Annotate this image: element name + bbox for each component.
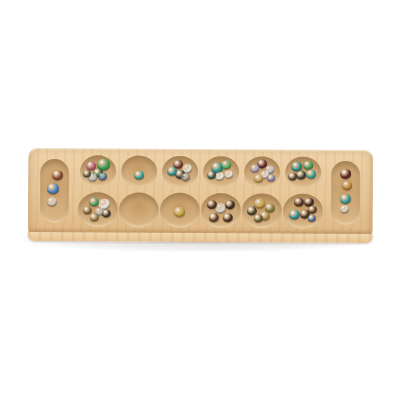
glass-stone <box>303 160 313 169</box>
glass-stone <box>306 169 316 178</box>
pit-bottom-2[interactable] <box>118 192 158 227</box>
glass-stone <box>293 197 303 206</box>
glass-stone <box>340 168 351 178</box>
glass-stone <box>90 213 99 221</box>
cell-top-4 <box>200 154 241 189</box>
glass-stone <box>206 200 216 209</box>
mancala-board <box>28 148 374 243</box>
glass-stone <box>52 170 63 180</box>
glass-stone <box>289 210 300 220</box>
pit-bottom-3[interactable] <box>159 193 199 228</box>
pit-top-1[interactable] <box>80 155 116 187</box>
cell-bottom-4 <box>200 191 241 230</box>
glass-stone <box>222 213 232 222</box>
board-front-edge <box>28 231 373 243</box>
glass-stone <box>208 213 218 222</box>
glass-stone <box>224 170 233 178</box>
glass-stone <box>296 170 306 179</box>
glass-stone <box>340 204 349 212</box>
store-left <box>39 159 68 223</box>
pit-bottom-1[interactable] <box>77 192 117 227</box>
store-right <box>331 161 360 225</box>
glass-stone <box>88 197 98 206</box>
glass-stone <box>307 214 315 221</box>
mancala-product-photo <box>0 0 400 400</box>
glass-stone <box>207 171 216 179</box>
cell-top-1 <box>77 153 118 188</box>
pit-top-6[interactable] <box>285 156 321 188</box>
glass-stone <box>83 170 91 177</box>
store-cell-right <box>323 155 368 231</box>
pit-bottom-4[interactable] <box>200 193 240 228</box>
glass-stone <box>47 197 57 206</box>
glass-stone <box>254 174 263 182</box>
glass-stone <box>340 193 351 203</box>
cell-top-3 <box>159 154 200 189</box>
glass-stone <box>288 173 297 181</box>
glass-stone <box>246 206 256 215</box>
pit-bottom-6[interactable] <box>282 194 322 229</box>
glass-stone <box>221 160 231 169</box>
pit-top-3[interactable] <box>162 155 198 187</box>
glass-stone <box>83 206 92 214</box>
glass-stone <box>174 207 185 217</box>
pit-top-2[interactable] <box>121 155 157 187</box>
glass-stone <box>254 214 263 222</box>
glass-stone <box>250 164 259 172</box>
glass-stone <box>215 172 224 180</box>
pit-top-5[interactable] <box>244 156 280 188</box>
glass-stone <box>47 183 59 194</box>
glass-stone <box>181 173 190 181</box>
glass-stone <box>102 209 111 217</box>
cell-bottom-2 <box>118 190 159 229</box>
glass-stone <box>98 172 107 180</box>
glass-stone <box>224 200 234 209</box>
board-top-surface <box>28 148 374 234</box>
glass-stone <box>342 181 352 190</box>
cell-bottom-3 <box>159 191 200 230</box>
glass-stone <box>267 174 275 181</box>
cell-bottom-1 <box>77 190 118 229</box>
cell-bottom-5 <box>241 191 282 230</box>
cell-bottom-6 <box>282 191 323 230</box>
cell-top-6 <box>282 154 323 189</box>
glass-stone <box>134 170 144 179</box>
pit-top-4[interactable] <box>203 156 239 188</box>
pit-grid <box>28 148 374 234</box>
pit-bottom-5[interactable] <box>241 193 281 228</box>
cell-top-2 <box>118 153 159 188</box>
store-cell-left <box>31 153 77 229</box>
cell-top-5 <box>241 154 282 189</box>
